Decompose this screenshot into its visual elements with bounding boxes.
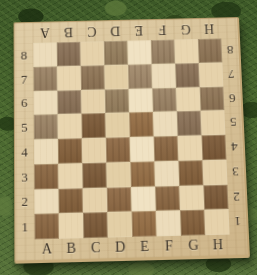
- square-a5[interactable]: [34, 114, 58, 139]
- file-label-top-f: F: [150, 20, 174, 41]
- square-d1[interactable]: [107, 212, 132, 238]
- rank-label-left-4: 4: [15, 139, 34, 164]
- square-g4[interactable]: [178, 135, 203, 160]
- square-e2[interactable]: [131, 186, 156, 212]
- square-d2[interactable]: [107, 187, 132, 213]
- file-label-top-b: B: [57, 22, 81, 43]
- square-c8[interactable]: [80, 41, 104, 65]
- file-label-top-g: G: [174, 19, 198, 40]
- file-label-bottom-g: G: [181, 235, 206, 256]
- square-b4[interactable]: [58, 138, 82, 163]
- file-label-bottom-f: F: [157, 236, 182, 257]
- square-c7[interactable]: [81, 65, 105, 90]
- square-h3[interactable]: [202, 159, 227, 184]
- square-b2[interactable]: [58, 188, 83, 214]
- square-b1[interactable]: [59, 213, 84, 239]
- square-d4[interactable]: [106, 137, 131, 162]
- rank-label-left-8: 8: [15, 43, 34, 67]
- square-c2[interactable]: [83, 187, 108, 213]
- square-d8[interactable]: [104, 41, 128, 65]
- square-f4[interactable]: [154, 136, 179, 161]
- square-e6[interactable]: [128, 88, 152, 113]
- file-label-bottom-a: A: [35, 239, 60, 260]
- square-g2[interactable]: [179, 185, 204, 211]
- square-f5[interactable]: [153, 111, 178, 136]
- square-a4[interactable]: [34, 139, 58, 164]
- rank-label-left-2: 2: [15, 189, 34, 215]
- square-c5[interactable]: [81, 113, 105, 138]
- square-a1[interactable]: [34, 213, 59, 239]
- file-label-bottom-d: D: [108, 237, 133, 258]
- square-e4[interactable]: [130, 136, 155, 161]
- square-h4[interactable]: [201, 135, 226, 160]
- file-label-top-d: D: [103, 21, 127, 42]
- square-g7[interactable]: [175, 63, 200, 88]
- square-d3[interactable]: [106, 162, 131, 187]
- frame-corner-bottom-right: [230, 234, 248, 255]
- rank-label-right-3: 3: [226, 159, 244, 184]
- square-c1[interactable]: [83, 212, 108, 238]
- square-b8[interactable]: [57, 42, 81, 66]
- file-label-top-e: E: [127, 20, 151, 41]
- square-f7[interactable]: [152, 63, 176, 88]
- square-f8[interactable]: [151, 40, 175, 64]
- file-label-top-a: A: [33, 22, 57, 43]
- square-b3[interactable]: [58, 163, 82, 188]
- square-b7[interactable]: [57, 66, 81, 91]
- square-e5[interactable]: [129, 112, 154, 137]
- square-a6[interactable]: [34, 90, 58, 115]
- file-label-bottom-b: B: [59, 238, 84, 259]
- square-a2[interactable]: [34, 188, 58, 214]
- square-h6[interactable]: [200, 86, 225, 111]
- rank-label-right-8: 8: [221, 38, 239, 62]
- square-g8[interactable]: [174, 39, 198, 63]
- square-f1[interactable]: [156, 210, 181, 236]
- square-h8[interactable]: [198, 38, 223, 62]
- frame-corner-bottom-left: [15, 239, 34, 260]
- square-d7[interactable]: [104, 64, 128, 89]
- square-e8[interactable]: [127, 40, 151, 64]
- square-f2[interactable]: [155, 185, 180, 211]
- file-label-top-h: H: [197, 18, 221, 39]
- file-label-top-c: C: [80, 21, 104, 42]
- square-e7[interactable]: [128, 64, 152, 89]
- file-label-bottom-e: E: [132, 236, 157, 257]
- rank-label-left-7: 7: [15, 67, 34, 91]
- file-label-bottom-h: H: [205, 235, 230, 256]
- rank-label-left-6: 6: [15, 91, 34, 116]
- chess-board: ABCDEFGH8877665544332211ABCDEFGH: [14, 17, 250, 264]
- square-g1[interactable]: [180, 210, 205, 236]
- square-f3[interactable]: [154, 161, 179, 186]
- rank-label-right-1: 1: [229, 209, 247, 235]
- square-c3[interactable]: [82, 162, 107, 187]
- square-g3[interactable]: [178, 160, 203, 185]
- square-g6[interactable]: [176, 87, 201, 112]
- frame-corner-top-right: [221, 18, 238, 38]
- square-h7[interactable]: [199, 62, 224, 87]
- square-c6[interactable]: [81, 89, 105, 114]
- square-h5[interactable]: [201, 110, 226, 135]
- square-g5[interactable]: [177, 111, 202, 136]
- rank-label-right-5: 5: [224, 110, 242, 135]
- rank-label-right-4: 4: [225, 134, 243, 159]
- square-a7[interactable]: [33, 66, 57, 91]
- square-a8[interactable]: [33, 42, 57, 66]
- square-h2[interactable]: [203, 184, 228, 210]
- square-e1[interactable]: [132, 211, 157, 237]
- square-d5[interactable]: [105, 113, 129, 138]
- square-b5[interactable]: [58, 114, 82, 139]
- rank-label-right-7: 7: [222, 62, 240, 86]
- file-label-bottom-c: C: [83, 238, 108, 259]
- rank-label-left-3: 3: [15, 164, 34, 189]
- rank-label-right-6: 6: [223, 86, 241, 111]
- square-b6[interactable]: [57, 90, 81, 115]
- square-h1[interactable]: [204, 209, 229, 235]
- square-c4[interactable]: [82, 138, 106, 163]
- rank-label-left-5: 5: [15, 115, 34, 140]
- board-grid: ABCDEFGH8877665544332211ABCDEFGH: [15, 18, 248, 261]
- square-a3[interactable]: [34, 163, 58, 188]
- square-e3[interactable]: [130, 161, 155, 186]
- square-d6[interactable]: [105, 88, 129, 113]
- frame-corner-top-left: [15, 23, 34, 43]
- rank-label-right-2: 2: [227, 184, 245, 209]
- rank-label-left-1: 1: [15, 214, 34, 240]
- square-f6[interactable]: [152, 87, 177, 112]
- grass-background: ABCDEFGH8877665544332211ABCDEFGH: [0, 0, 257, 275]
